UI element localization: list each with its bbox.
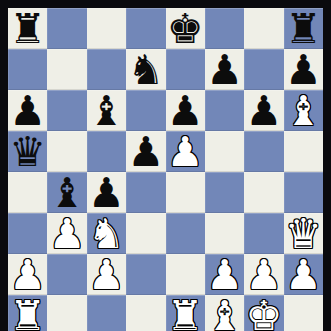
square-c8[interactable] — [87, 8, 126, 49]
white-bishop-piece[interactable]: ♝ — [285, 91, 322, 132]
square-e5[interactable]: ♟ — [166, 131, 205, 172]
black-pawn-piece[interactable]: ♟ — [127, 132, 164, 173]
square-f5[interactable] — [205, 131, 244, 172]
square-a7[interactable] — [8, 49, 47, 90]
black-pawn-piece[interactable]: ♟ — [206, 50, 243, 91]
white-pawn-piece[interactable]: ♟ — [49, 214, 86, 255]
square-d2[interactable] — [126, 254, 165, 295]
white-pawn-piece[interactable]: ♟ — [88, 255, 125, 296]
square-g5[interactable] — [244, 131, 283, 172]
black-queen-piece[interactable]: ♛ — [9, 132, 46, 173]
square-f8[interactable] — [205, 8, 244, 49]
white-pawn-piece[interactable]: ♟ — [167, 132, 204, 173]
white-pawn-piece[interactable]: ♟ — [285, 255, 322, 296]
black-pawn-piece[interactable]: ♟ — [88, 173, 125, 214]
square-a4[interactable] — [8, 172, 47, 213]
square-g7[interactable] — [244, 49, 283, 90]
square-e3[interactable] — [166, 213, 205, 254]
square-h7[interactable]: ♟ — [284, 49, 323, 90]
square-h5[interactable] — [284, 131, 323, 172]
square-e8[interactable]: ♚ — [166, 8, 205, 49]
black-pawn-piece[interactable]: ♟ — [285, 50, 322, 91]
square-g6[interactable]: ♟ — [244, 90, 283, 131]
square-d5[interactable]: ♟ — [126, 131, 165, 172]
square-b3[interactable]: ♟ — [47, 213, 86, 254]
square-a6[interactable]: ♟ — [8, 90, 47, 131]
black-rook-piece[interactable]: ♜ — [285, 9, 322, 50]
square-d4[interactable] — [126, 172, 165, 213]
square-a8[interactable]: ♜ — [8, 8, 47, 49]
board-frame: ♜♚♜♞♟♟♟♝♟♟♝♛♟♟♝♟♟♞♛♟♟♟♟♟♜♜♝♚ — [0, 0, 331, 331]
square-c1[interactable] — [87, 295, 126, 331]
white-pawn-piece[interactable]: ♟ — [9, 255, 46, 296]
white-king-piece[interactable]: ♚ — [246, 296, 283, 331]
square-a1[interactable]: ♜ — [8, 295, 47, 331]
square-h3[interactable]: ♛ — [284, 213, 323, 254]
square-e6[interactable]: ♟ — [166, 90, 205, 131]
square-h6[interactable]: ♝ — [284, 90, 323, 131]
square-a3[interactable] — [8, 213, 47, 254]
square-f6[interactable] — [205, 90, 244, 131]
square-b6[interactable] — [47, 90, 86, 131]
square-e1[interactable]: ♜ — [166, 295, 205, 331]
white-knight-piece[interactable]: ♞ — [88, 214, 125, 255]
square-f4[interactable] — [205, 172, 244, 213]
square-g4[interactable] — [244, 172, 283, 213]
square-h8[interactable]: ♜ — [284, 8, 323, 49]
square-b1[interactable] — [47, 295, 86, 331]
square-a2[interactable]: ♟ — [8, 254, 47, 295]
square-f7[interactable]: ♟ — [205, 49, 244, 90]
white-pawn-piece[interactable]: ♟ — [246, 255, 283, 296]
black-pawn-piece[interactable]: ♟ — [246, 91, 283, 132]
square-b7[interactable] — [47, 49, 86, 90]
square-g1[interactable]: ♚ — [244, 295, 283, 331]
square-d1[interactable] — [126, 295, 165, 331]
square-b2[interactable] — [47, 254, 86, 295]
white-bishop-piece[interactable]: ♝ — [206, 296, 243, 331]
square-c3[interactable]: ♞ — [87, 213, 126, 254]
square-d7[interactable]: ♞ — [126, 49, 165, 90]
square-f1[interactable]: ♝ — [205, 295, 244, 331]
square-c5[interactable] — [87, 131, 126, 172]
square-b8[interactable] — [47, 8, 86, 49]
square-g2[interactable]: ♟ — [244, 254, 283, 295]
square-d6[interactable] — [126, 90, 165, 131]
square-g8[interactable] — [244, 8, 283, 49]
black-rook-piece[interactable]: ♜ — [9, 9, 46, 50]
square-c2[interactable]: ♟ — [87, 254, 126, 295]
square-e7[interactable] — [166, 49, 205, 90]
square-d8[interactable] — [126, 8, 165, 49]
black-king-piece[interactable]: ♚ — [167, 9, 204, 50]
white-rook-piece[interactable]: ♜ — [167, 296, 204, 331]
square-c4[interactable]: ♟ — [87, 172, 126, 213]
black-pawn-piece[interactable]: ♟ — [9, 91, 46, 132]
square-f3[interactable] — [205, 213, 244, 254]
square-b4[interactable]: ♝ — [47, 172, 86, 213]
square-h2[interactable]: ♟ — [284, 254, 323, 295]
square-e4[interactable] — [166, 172, 205, 213]
square-g3[interactable] — [244, 213, 283, 254]
square-d3[interactable] — [126, 213, 165, 254]
black-bishop-piece[interactable]: ♝ — [88, 91, 125, 132]
square-c6[interactable]: ♝ — [87, 90, 126, 131]
square-e2[interactable] — [166, 254, 205, 295]
white-rook-piece[interactable]: ♜ — [9, 296, 46, 331]
square-h1[interactable] — [284, 295, 323, 331]
square-f2[interactable]: ♟ — [205, 254, 244, 295]
white-pawn-piece[interactable]: ♟ — [206, 255, 243, 296]
square-b5[interactable] — [47, 131, 86, 172]
black-bishop-piece[interactable]: ♝ — [49, 173, 86, 214]
black-pawn-piece[interactable]: ♟ — [167, 91, 204, 132]
square-h4[interactable] — [284, 172, 323, 213]
square-a5[interactable]: ♛ — [8, 131, 47, 172]
white-queen-piece[interactable]: ♛ — [285, 214, 322, 255]
black-knight-piece[interactable]: ♞ — [127, 50, 164, 91]
square-c7[interactable] — [87, 49, 126, 90]
chess-board: ♜♚♜♞♟♟♟♝♟♟♝♛♟♟♝♟♟♞♛♟♟♟♟♟♜♜♝♚ — [8, 8, 323, 323]
